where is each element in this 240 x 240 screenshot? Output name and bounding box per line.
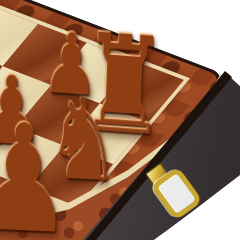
chess-piece-pawn-front: ♟ bbox=[0, 103, 75, 240]
chess-set-photo: ♜ ♞ ♟ ♟ ♟ bbox=[0, 0, 240, 240]
